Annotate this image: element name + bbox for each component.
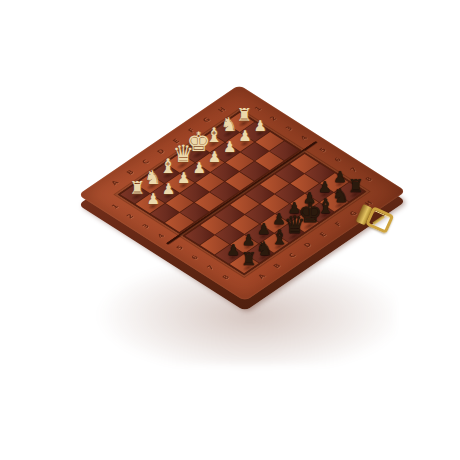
knight-glyph: ♞ <box>332 186 349 205</box>
pawn-glyph: ♟ <box>242 233 255 248</box>
pawn-glyph: ♟ <box>257 222 270 237</box>
chess-set-product-photo: 1122334455667788AABBCCDDEEFFGGHH ♜♞♝♛♚♝♞… <box>0 0 460 460</box>
rank-label-right-1: 1 <box>253 105 263 112</box>
pawn-glyph: ♟ <box>223 140 236 155</box>
file-label-top-B: B <box>125 169 136 176</box>
knight-glyph: ♞ <box>145 168 162 187</box>
knight-glyph: ♞ <box>256 239 273 258</box>
file-label-bottom-C: C <box>287 252 298 259</box>
file-label-top-C: C <box>140 158 151 165</box>
rank-label-right-8: 8 <box>364 176 374 183</box>
file-label-top-A: A <box>110 179 121 186</box>
rook-glyph: ♜ <box>348 177 364 195</box>
file-label-bottom-A: A <box>256 273 267 280</box>
rank-label-right-3: 3 <box>284 125 294 132</box>
rank-label-left-2: 2 <box>125 213 135 220</box>
file-label-bottom-E: E <box>318 231 328 238</box>
rank-label-left-8: 8 <box>221 274 231 281</box>
rank-label-right-4: 4 <box>299 135 309 142</box>
rank-label-left-3: 3 <box>141 223 151 230</box>
pawn-glyph: ♟ <box>162 182 175 197</box>
rank-label-right-2: 2 <box>268 115 278 122</box>
pawn-glyph: ♟ <box>253 119 266 134</box>
rank-label-left-5: 5 <box>174 244 184 251</box>
rank-label-left-7: 7 <box>205 264 215 271</box>
bishop-glyph: ♝ <box>271 227 289 247</box>
pawn-glyph: ♟ <box>192 161 205 176</box>
pawn-glyph: ♟ <box>227 243 240 258</box>
bishop-glyph: ♝ <box>159 156 177 176</box>
rank-label-left-6: 6 <box>190 254 200 261</box>
file-label-top-H: H <box>217 106 228 113</box>
rank-label-left-1: 1 <box>110 203 120 210</box>
rank-label-right-7: 7 <box>348 166 358 173</box>
rook-glyph: ♜ <box>237 106 253 124</box>
file-label-bottom-D: D <box>302 241 313 248</box>
rank-label-left-4: 4 <box>156 233 166 240</box>
rank-label-right-5: 5 <box>318 147 328 154</box>
pawn-glyph: ♟ <box>177 171 190 186</box>
knight-glyph: ♞ <box>221 116 238 135</box>
pawn-glyph: ♟ <box>208 150 221 165</box>
rook-glyph: ♜ <box>241 250 257 268</box>
rank-label-right-6: 6 <box>333 156 343 163</box>
file-label-bottom-F: F <box>333 221 343 228</box>
rook-glyph: ♜ <box>130 179 146 197</box>
file-label-bottom-B: B <box>272 262 283 269</box>
pawn-glyph: ♟ <box>334 170 347 185</box>
pawn-glyph: ♟ <box>238 129 251 144</box>
pawn-glyph: ♟ <box>147 192 160 207</box>
